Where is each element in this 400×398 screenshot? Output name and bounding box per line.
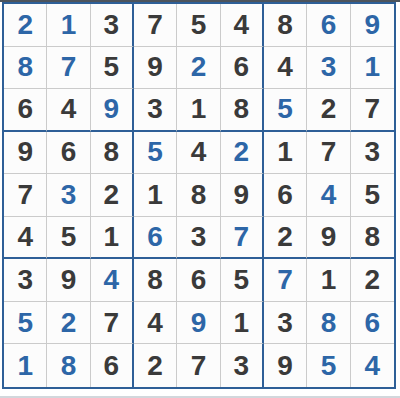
sudoku-cell-r2c8[interactable]: 3	[307, 47, 350, 90]
sudoku-cell-r3c6[interactable]: 8	[221, 89, 264, 132]
sudoku-cell-r6c7[interactable]: 2	[264, 217, 307, 260]
sudoku-cell-r2c1[interactable]: 8	[4, 47, 47, 90]
sudoku-board: 2137548698759264316493185279685421737321…	[2, 2, 396, 389]
sudoku-cell-r4c5[interactable]: 4	[177, 132, 220, 175]
sudoku-cell-r9c4[interactable]: 2	[134, 344, 177, 387]
sudoku-cell-r8c8[interactable]: 8	[307, 302, 350, 345]
sudoku-cell-r1c7[interactable]: 8	[264, 4, 307, 47]
sudoku-cell-r4c1[interactable]: 9	[4, 132, 47, 175]
sudoku-cell-r8c4[interactable]: 4	[134, 302, 177, 345]
sudoku-cell-r8c6[interactable]: 1	[221, 302, 264, 345]
sudoku-cell-r2c9[interactable]: 1	[351, 47, 394, 90]
sudoku-cell-r3c2[interactable]: 4	[47, 89, 90, 132]
sudoku-cell-r1c4[interactable]: 7	[134, 4, 177, 47]
sudoku-cell-r5c7[interactable]: 6	[264, 174, 307, 217]
sudoku-cell-r6c8[interactable]: 9	[307, 217, 350, 260]
sudoku-cell-r9c3[interactable]: 6	[91, 344, 134, 387]
sudoku-cell-r6c3[interactable]: 1	[91, 217, 134, 260]
sudoku-cell-r7c2[interactable]: 9	[47, 259, 90, 302]
sudoku-cell-r2c4[interactable]: 9	[134, 47, 177, 90]
sudoku-cell-r1c9[interactable]: 9	[351, 4, 394, 47]
sudoku-cell-r5c5[interactable]: 8	[177, 174, 220, 217]
sudoku-cell-r6c6[interactable]: 7	[221, 217, 264, 260]
sudoku-cell-r5c4[interactable]: 1	[134, 174, 177, 217]
sudoku-cell-r7c1[interactable]: 3	[4, 259, 47, 302]
sudoku-cell-r5c2[interactable]: 3	[47, 174, 90, 217]
sudoku-cell-r8c9[interactable]: 6	[351, 302, 394, 345]
sudoku-cell-r1c3[interactable]: 3	[91, 4, 134, 47]
sudoku-cell-r8c2[interactable]: 2	[47, 302, 90, 345]
sudoku-cell-r4c6[interactable]: 2	[221, 132, 264, 175]
sudoku-cell-r1c5[interactable]: 5	[177, 4, 220, 47]
sudoku-cell-r4c7[interactable]: 1	[264, 132, 307, 175]
sudoku-cell-r7c9[interactable]: 2	[351, 259, 394, 302]
sudoku-cell-r9c9[interactable]: 4	[351, 344, 394, 387]
sudoku-cell-r7c7[interactable]: 7	[264, 259, 307, 302]
sudoku-cell-r5c1[interactable]: 7	[4, 174, 47, 217]
sudoku-cell-r9c5[interactable]: 7	[177, 344, 220, 387]
sudoku-cell-r4c3[interactable]: 8	[91, 132, 134, 175]
sudoku-cell-r5c8[interactable]: 4	[307, 174, 350, 217]
sudoku-cell-r8c5[interactable]: 9	[177, 302, 220, 345]
sudoku-cell-r9c6[interactable]: 3	[221, 344, 264, 387]
sudoku-cell-r8c1[interactable]: 5	[4, 302, 47, 345]
sudoku-cell-r3c5[interactable]: 1	[177, 89, 220, 132]
sudoku-cell-r2c6[interactable]: 6	[221, 47, 264, 90]
sudoku-cell-r9c1[interactable]: 1	[4, 344, 47, 387]
sudoku-cell-r7c4[interactable]: 8	[134, 259, 177, 302]
sudoku-page: 2137548698759264316493185279685421737321…	[0, 0, 400, 398]
sudoku-cell-r7c6[interactable]: 5	[221, 259, 264, 302]
sudoku-cell-r4c4[interactable]: 5	[134, 132, 177, 175]
sudoku-cell-r7c8[interactable]: 1	[307, 259, 350, 302]
sudoku-cell-r8c3[interactable]: 7	[91, 302, 134, 345]
sudoku-cell-r6c9[interactable]: 8	[351, 217, 394, 260]
sudoku-cell-r5c6[interactable]: 9	[221, 174, 264, 217]
sudoku-cell-r6c4[interactable]: 6	[134, 217, 177, 260]
sudoku-cell-r2c3[interactable]: 5	[91, 47, 134, 90]
sudoku-cell-r2c7[interactable]: 4	[264, 47, 307, 90]
sudoku-cell-r9c7[interactable]: 9	[264, 344, 307, 387]
sudoku-cell-r5c9[interactable]: 5	[351, 174, 394, 217]
sudoku-cell-r5c3[interactable]: 2	[91, 174, 134, 217]
sudoku-cell-r6c5[interactable]: 3	[177, 217, 220, 260]
sudoku-cell-r4c8[interactable]: 7	[307, 132, 350, 175]
sudoku-cell-r9c8[interactable]: 5	[307, 344, 350, 387]
sudoku-cell-r9c2[interactable]: 8	[47, 344, 90, 387]
sudoku-cell-r3c4[interactable]: 3	[134, 89, 177, 132]
sudoku-cell-r3c9[interactable]: 7	[351, 89, 394, 132]
sudoku-cell-r3c7[interactable]: 5	[264, 89, 307, 132]
sudoku-cell-r7c3[interactable]: 4	[91, 259, 134, 302]
sudoku-cell-r3c3[interactable]: 9	[91, 89, 134, 132]
sudoku-cell-r2c5[interactable]: 2	[177, 47, 220, 90]
sudoku-cell-r3c1[interactable]: 6	[4, 89, 47, 132]
sudoku-cell-r7c5[interactable]: 6	[177, 259, 220, 302]
sudoku-cell-r6c2[interactable]: 5	[47, 217, 90, 260]
sudoku-cell-r1c6[interactable]: 4	[221, 4, 264, 47]
sudoku-cell-r4c2[interactable]: 6	[47, 132, 90, 175]
sudoku-cell-r4c9[interactable]: 3	[351, 132, 394, 175]
sudoku-cell-r2c2[interactable]: 7	[47, 47, 90, 90]
sudoku-cell-r3c8[interactable]: 2	[307, 89, 350, 132]
sudoku-cell-r6c1[interactable]: 4	[4, 217, 47, 260]
sudoku-cell-r8c7[interactable]: 3	[264, 302, 307, 345]
sudoku-cell-r1c8[interactable]: 6	[307, 4, 350, 47]
sudoku-cell-r1c1[interactable]: 2	[4, 4, 47, 47]
sudoku-cell-r1c2[interactable]: 1	[47, 4, 90, 47]
